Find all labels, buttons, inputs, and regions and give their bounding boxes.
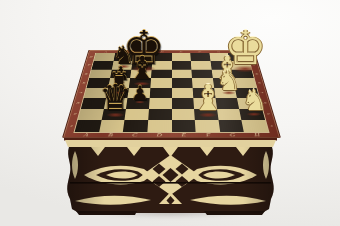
rank-label-right-6: 6 xyxy=(251,69,262,78)
square-g5 xyxy=(213,78,236,87)
file-label-back-B: B xyxy=(115,50,134,53)
square-e8 xyxy=(172,53,191,61)
box-shading xyxy=(67,147,273,213)
file-label-back-F: F xyxy=(190,50,209,53)
square-f7 xyxy=(191,61,212,69)
file-label-H: H xyxy=(244,132,270,137)
square-h2 xyxy=(239,109,265,120)
file-label-G: G xyxy=(220,132,245,137)
square-c6 xyxy=(130,69,151,78)
file-label-F: F xyxy=(196,132,221,137)
square-a7 xyxy=(92,61,114,69)
square-h6 xyxy=(231,69,253,78)
square-d8 xyxy=(152,53,171,61)
square-e2 xyxy=(172,109,195,120)
file-label-C: C xyxy=(122,132,147,137)
square-b4 xyxy=(106,88,129,98)
square-g4 xyxy=(214,88,237,98)
file-label-back-H: H xyxy=(228,50,247,53)
box-rim xyxy=(65,140,276,147)
file-label-E: E xyxy=(172,132,197,137)
square-b7 xyxy=(112,61,133,69)
square-b5 xyxy=(108,78,131,87)
square-g3 xyxy=(215,98,239,109)
square-a1 xyxy=(75,120,102,132)
square-g6 xyxy=(211,69,233,78)
square-g2 xyxy=(217,109,242,120)
rank-label-right-5: 5 xyxy=(254,78,265,87)
square-h1 xyxy=(242,120,269,132)
file-label-B: B xyxy=(98,132,123,137)
square-d3 xyxy=(149,98,172,109)
square-c7 xyxy=(132,61,153,69)
square-f1 xyxy=(195,120,220,132)
square-g8 xyxy=(209,53,229,61)
square-d6 xyxy=(151,69,172,78)
square-h8 xyxy=(228,53,249,61)
rank-label-right-4: 4 xyxy=(256,88,268,98)
square-d4 xyxy=(150,88,172,98)
chess-board: ABCDEFGH ABCDEFGH 87654321 87654321 xyxy=(62,50,281,138)
square-f2 xyxy=(194,109,218,120)
square-a3 xyxy=(81,98,106,109)
file-label-back-D: D xyxy=(153,50,172,53)
file-label-back-C: C xyxy=(134,50,153,53)
square-d7 xyxy=(152,61,172,69)
square-e5 xyxy=(172,78,193,87)
file-labels-back: ABCDEFGH xyxy=(96,50,247,53)
square-a6 xyxy=(89,69,111,78)
square-h7 xyxy=(230,61,252,69)
square-f5 xyxy=(192,78,214,87)
rank-label-right-7: 7 xyxy=(249,61,259,69)
square-e1 xyxy=(172,120,196,132)
square-e7 xyxy=(172,61,192,69)
square-f3 xyxy=(193,98,216,109)
square-f8 xyxy=(190,53,210,61)
square-g7 xyxy=(210,61,231,69)
square-e4 xyxy=(172,88,194,98)
square-a5 xyxy=(87,78,110,87)
file-labels-front: ABCDEFGH xyxy=(73,132,270,137)
square-f6 xyxy=(191,69,212,78)
square-d5 xyxy=(150,78,171,87)
square-b2 xyxy=(101,109,126,120)
rank-label-right-1: 1 xyxy=(265,120,278,132)
square-c5 xyxy=(129,78,151,87)
square-a4 xyxy=(84,88,108,98)
board-squares xyxy=(75,53,269,132)
square-c8 xyxy=(133,53,153,61)
square-a2 xyxy=(78,109,104,120)
square-b6 xyxy=(110,69,132,78)
carved-box xyxy=(62,138,279,216)
file-label-A: A xyxy=(73,132,99,137)
square-d2 xyxy=(148,109,171,120)
square-d1 xyxy=(147,120,171,132)
square-c3 xyxy=(126,98,149,109)
square-b3 xyxy=(104,98,128,109)
rank-label-right-2: 2 xyxy=(262,109,275,120)
square-c4 xyxy=(128,88,151,98)
file-label-back-E: E xyxy=(172,50,191,53)
square-g1 xyxy=(218,120,244,132)
file-label-D: D xyxy=(147,132,172,137)
square-f4 xyxy=(193,88,216,98)
square-h4 xyxy=(235,88,259,98)
square-b1 xyxy=(99,120,125,132)
square-e3 xyxy=(172,98,195,109)
square-e6 xyxy=(172,69,193,78)
square-c2 xyxy=(125,109,149,120)
square-c1 xyxy=(123,120,148,132)
product-photo: ABCDEFGH ABCDEFGH 87654321 87654321 xyxy=(0,0,340,226)
square-a8 xyxy=(94,53,115,61)
square-b8 xyxy=(113,53,133,61)
file-label-back-G: G xyxy=(209,50,228,53)
rank-label-right-3: 3 xyxy=(259,98,271,109)
square-h3 xyxy=(237,98,262,109)
rank-label-right-8: 8 xyxy=(247,53,257,61)
file-label-back-A: A xyxy=(96,50,115,53)
square-h5 xyxy=(233,78,256,87)
